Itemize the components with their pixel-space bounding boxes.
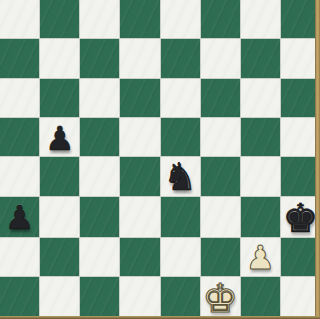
- square-e4[interactable]: ♞: [161, 157, 200, 195]
- square-d6[interactable]: [120, 79, 159, 117]
- piece-white-king-f1[interactable]: ♚: [202, 278, 238, 318]
- square-b8[interactable]: [40, 0, 79, 38]
- square-c6[interactable]: [80, 79, 119, 117]
- square-b4[interactable]: [40, 157, 79, 195]
- square-c8[interactable]: [80, 0, 119, 38]
- square-g5[interactable]: [241, 118, 280, 156]
- square-e7[interactable]: [161, 39, 200, 77]
- piece-black-king-h3[interactable]: ♚: [283, 198, 319, 238]
- square-g8[interactable]: [241, 0, 280, 38]
- square-g2[interactable]: ♟: [241, 238, 280, 276]
- square-c3[interactable]: [80, 197, 119, 237]
- square-f1[interactable]: ♚: [201, 277, 240, 317]
- square-f8[interactable]: [201, 0, 240, 38]
- piece-black-knight-e4[interactable]: ♞: [163, 158, 197, 196]
- square-b6[interactable]: [40, 79, 79, 117]
- square-g6[interactable]: [241, 79, 280, 117]
- square-f2[interactable]: [201, 238, 240, 276]
- square-e2[interactable]: [161, 238, 200, 276]
- square-b5[interactable]: ♟: [40, 118, 79, 156]
- square-a6[interactable]: [0, 79, 39, 117]
- square-g7[interactable]: [241, 39, 280, 77]
- square-a5[interactable]: [0, 118, 39, 156]
- square-e1[interactable]: [161, 277, 200, 317]
- square-e3[interactable]: [161, 197, 200, 237]
- square-f3[interactable]: [201, 197, 240, 237]
- square-g1[interactable]: [241, 277, 280, 317]
- square-d5[interactable]: [120, 118, 159, 156]
- square-c7[interactable]: [80, 39, 119, 77]
- piece-white-pawn-g2[interactable]: ♟: [246, 241, 276, 274]
- square-b3[interactable]: [40, 197, 79, 237]
- square-d2[interactable]: [120, 238, 159, 276]
- square-d4[interactable]: [120, 157, 159, 195]
- square-c1[interactable]: [80, 277, 119, 317]
- square-a3[interactable]: ♟: [0, 197, 39, 237]
- square-e8[interactable]: [161, 0, 200, 38]
- square-b2[interactable]: [40, 238, 79, 276]
- square-d1[interactable]: [120, 277, 159, 317]
- square-c5[interactable]: [80, 118, 119, 156]
- square-a2[interactable]: [0, 238, 39, 276]
- square-b1[interactable]: [40, 277, 79, 317]
- square-a4[interactable]: [0, 157, 39, 195]
- square-g3[interactable]: [241, 197, 280, 237]
- square-a8[interactable]: [0, 0, 39, 38]
- square-f7[interactable]: [201, 39, 240, 77]
- square-a1[interactable]: [0, 277, 39, 317]
- piece-black-pawn-b5[interactable]: ♟: [45, 122, 75, 155]
- square-e6[interactable]: [161, 79, 200, 117]
- chess-app-window: ♟♞♟♚♟♚: [0, 0, 320, 319]
- square-e5[interactable]: [161, 118, 200, 156]
- piece-black-pawn-a3[interactable]: ♟: [5, 201, 35, 234]
- square-d7[interactable]: [120, 39, 159, 77]
- square-b7[interactable]: [40, 39, 79, 77]
- board-frame-right: [315, 0, 320, 319]
- square-f4[interactable]: [201, 157, 240, 195]
- square-f6[interactable]: [201, 79, 240, 117]
- square-d3[interactable]: [120, 197, 159, 237]
- square-c4[interactable]: [80, 157, 119, 195]
- square-g4[interactable]: [241, 157, 280, 195]
- chess-board: ♟♞♟♚♟♚: [0, 0, 320, 317]
- square-c2[interactable]: [80, 238, 119, 276]
- square-f5[interactable]: [201, 118, 240, 156]
- square-d8[interactable]: [120, 0, 159, 38]
- square-a7[interactable]: [0, 39, 39, 77]
